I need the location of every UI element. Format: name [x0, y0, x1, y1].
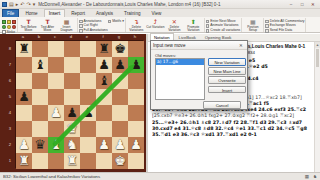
- black-rook[interactable]: ♜: [98, 41, 110, 57]
- square-h4[interactable]: [128, 105, 144, 121]
- square-h6[interactable]: [128, 73, 144, 89]
- ribbon: StrikeTText Before MoveTText After Move▦…: [0, 17, 320, 33]
- ribbon-tab-home[interactable]: Home: [20, 9, 42, 18]
- cancel-button[interactable]: Cancel: [203, 101, 241, 109]
- ribbon-tab-insert[interactable]: Insert: [44, 9, 66, 18]
- black-pawn[interactable]: ♟: [130, 57, 142, 73]
- color-arrow-icon[interactable]: [2, 25, 6, 29]
- square-g4[interactable]: [112, 105, 128, 121]
- dialog-buttons: New VariationNew Main LineOverwriteInser…: [208, 58, 246, 93]
- square-d3[interactable]: ♛: [64, 121, 80, 137]
- white-knight[interactable]: ♞: [66, 137, 78, 153]
- square-h1[interactable]: [128, 153, 144, 169]
- ribbon-tab-file[interactable]: File: [2, 9, 19, 18]
- status-bar: B32: Sicilian Lowenthal and Kalashnikov …: [0, 172, 320, 180]
- insert-button[interactable]: Insert: [208, 86, 246, 94]
- quick-access-toolbar: ▤▸↶↷▾: [9, 1, 35, 8]
- square-d4[interactable]: ♟: [64, 105, 80, 121]
- square-d5[interactable]: [64, 89, 80, 105]
- black-pawn[interactable]: ♟: [82, 105, 94, 121]
- scroll-up-icon[interactable]: ▲: [315, 42, 320, 48]
- square-b4[interactable]: [32, 105, 48, 121]
- black-pawn[interactable]: ♟: [114, 57, 126, 73]
- square-g5[interactable]: [112, 89, 128, 105]
- square-h2[interactable]: ♟: [128, 137, 144, 153]
- color-square-icon[interactable]: [12, 20, 16, 24]
- white-pawn[interactable]: ♟: [98, 137, 110, 153]
- app-icon: [2, 2, 7, 7]
- square-c4[interactable]: ♟: [48, 105, 64, 121]
- square-e8[interactable]: [80, 41, 96, 57]
- square-g1[interactable]: ♚: [112, 153, 128, 169]
- window-controls: –□✕: [286, 1, 318, 8]
- save-icon[interactable]: ↷: [26, 1, 30, 8]
- square-a1[interactable]: ♜: [16, 153, 32, 169]
- move-text[interactable]: 25...♕e3+ 26.♔h1 ♗c8 27.♗d7 f2 28.♖f1 d3…: [152, 120, 302, 125]
- square-b7[interactable]: ♝: [32, 57, 48, 73]
- cut-variation-button[interactable]: ⤴Cut Variation: [146, 18, 165, 32]
- square-a2[interactable]: ♟: [16, 137, 32, 153]
- square-e1[interactable]: [80, 153, 96, 169]
- delete-variation-button[interactable]: ✕Delete Variation: [165, 18, 184, 32]
- square-h5[interactable]: [128, 89, 144, 105]
- square-a7[interactable]: [16, 57, 32, 73]
- white-bishop[interactable]: ♝: [50, 137, 62, 153]
- color-square-icon[interactable]: [2, 20, 6, 24]
- square-e4[interactable]: ♟: [80, 105, 96, 121]
- square-c6[interactable]: [48, 73, 64, 89]
- move-text[interactable]: 35.♖d1 e3 36.♕c3 ♕xd1 37.♖xd1 e2: [152, 132, 247, 137]
- knight-icon: ♞: [313, 174, 317, 179]
- dialog-title: Input new move: [153, 43, 237, 48]
- square-b1[interactable]: [32, 153, 48, 169]
- old-move-item[interactable]: a) 17...g6: [156, 59, 204, 65]
- dialog-close-icon[interactable]: ✕: [237, 43, 245, 48]
- square-b6[interactable]: [32, 73, 48, 89]
- square-h3[interactable]: [128, 121, 144, 137]
- square-d2[interactable]: ♞: [64, 137, 80, 153]
- square-g6[interactable]: [112, 73, 128, 89]
- ribbon-tab-training[interactable]: Training: [119, 9, 145, 18]
- square-e3[interactable]: [80, 121, 96, 137]
- square-a3[interactable]: [16, 121, 32, 137]
- square-h8[interactable]: [128, 41, 144, 57]
- scrollbar-thumb[interactable]: [316, 49, 319, 67]
- square-c3[interactable]: [48, 121, 64, 137]
- square-c7[interactable]: [48, 57, 64, 73]
- white-king[interactable]: ♚: [114, 153, 126, 169]
- square-c2[interactable]: ♝: [48, 137, 64, 153]
- new-variation-button[interactable]: New Variation: [208, 58, 246, 66]
- notation-scrollbar[interactable]: ▲: [314, 42, 320, 172]
- dropdown-icon[interactable]: ▾: [33, 1, 36, 8]
- square-f7[interactable]: ♟: [96, 57, 112, 73]
- white-rook[interactable]: ♜: [66, 153, 78, 169]
- square-f8[interactable]: ♜: [96, 41, 112, 57]
- square-a6[interactable]: [16, 73, 32, 89]
- square-f1[interactable]: [96, 153, 112, 169]
- square-f3[interactable]: [96, 121, 112, 137]
- full-annotations-option[interactable]: Full Annotations: [79, 29, 108, 33]
- square-f5[interactable]: [96, 89, 112, 105]
- square-d8[interactable]: [64, 41, 80, 57]
- square-e2[interactable]: [80, 137, 96, 153]
- text-after-move-button[interactable]: TText After Move: [38, 18, 57, 32]
- input-new-move-dialog: Input new move ✕ Old moves: a) 17...g6 N…: [150, 40, 248, 110]
- square-g7[interactable]: ♟: [112, 57, 128, 73]
- black-bishop[interactable]: ♝: [98, 73, 110, 89]
- square-c8[interactable]: [48, 41, 64, 57]
- square-a5[interactable]: ♟: [16, 89, 32, 105]
- white-pawn[interactable]: ♟: [130, 137, 142, 153]
- square-h7[interactable]: ♟: [128, 57, 144, 73]
- color-square-icon[interactable]: [7, 20, 11, 24]
- square-a8[interactable]: ♜: [16, 41, 32, 57]
- color-arrow-icon[interactable]: [12, 25, 16, 29]
- color-arrow-icon[interactable]: [7, 25, 11, 29]
- square-g8[interactable]: ♚: [112, 41, 128, 57]
- promote-variation-button[interactable]: ⬆Promote Variation: [184, 18, 203, 32]
- motifs-dropdown[interactable]: Motifs ▾: [108, 20, 124, 24]
- move-text[interactable]: 30.cxd7 e4 31.♕c8 ♗d8 32.♕c4 ♕e1 33.♖c1 …: [152, 126, 307, 131]
- black-king[interactable]: ♚: [114, 41, 126, 57]
- white-pawn[interactable]: ♟: [18, 137, 30, 153]
- close-icon[interactable]: ✕: [308, 1, 318, 8]
- square-g3[interactable]: [112, 121, 128, 137]
- square-c1[interactable]: [48, 153, 64, 169]
- chessbase-window: ▤▸↶↷▾ McDonnell,Alexander - De Labourdon…: [0, 0, 320, 33]
- eco-opening-text: B32: Sicilian Lowenthal and Kalashnikov …: [3, 174, 305, 179]
- square-g2[interactable]: ♟: [112, 137, 128, 153]
- square-c5[interactable]: [48, 89, 64, 105]
- delete-variations-button[interactable]: ↴Delete Variations: [127, 18, 146, 32]
- send-file-data-button[interactable]: Send File Data: [265, 29, 304, 33]
- ribbon-tab-report[interactable]: Report: [66, 9, 90, 18]
- black-pawn[interactable]: ♟: [98, 57, 110, 73]
- square-e6[interactable]: [80, 73, 96, 89]
- white-pawn[interactable]: ♟: [50, 105, 62, 121]
- redo-icon[interactable]: ↶: [20, 1, 24, 8]
- square-e5[interactable]: [80, 89, 96, 105]
- board-icon: ▦: [305, 174, 309, 179]
- window-title: McDonnell,Alexander - De Labourdonnais,L…: [38, 2, 284, 7]
- overwrite-button[interactable]: Overwrite: [208, 76, 246, 84]
- status-icons: ▦♞: [305, 174, 317, 179]
- board-icon[interactable]: ▤: [9, 1, 14, 8]
- move-text[interactable]: [25.cxb7 ♕e3+ 26.♔h1 fxg2+ 27.♔xg2 ♖f2+ …: [152, 113, 294, 118]
- square-a4[interactable]: [16, 105, 32, 121]
- ribbon-tab-analysis[interactable]: Analysis: [91, 9, 118, 18]
- insert-diagram-button[interactable]: ▦Insert Diagram: [57, 18, 76, 32]
- chess-board[interactable]: ♜♜♚♝♟♟♟♝♟♟♟♟♛♟♛♝♞♟♟♟♜♜♚: [15, 40, 143, 168]
- square-b3[interactable]: [32, 121, 48, 137]
- black-pawn[interactable]: ♟: [66, 105, 78, 121]
- black-queen[interactable]: ♛: [34, 137, 46, 153]
- square-d1[interactable]: ♜: [64, 153, 80, 169]
- white-rook[interactable]: ♜: [18, 153, 30, 169]
- ribbon-tab-row: FileHomeInsertReportAnalysisTrainingView: [0, 9, 320, 17]
- black-rook[interactable]: ♜: [18, 41, 30, 57]
- dialog-title-bar: Input new move ✕: [151, 41, 247, 50]
- white-queen[interactable]: ♛: [66, 121, 78, 137]
- square-d7[interactable]: [64, 57, 80, 73]
- square-f4[interactable]: [96, 105, 112, 121]
- minimize-icon[interactable]: –: [286, 1, 296, 8]
- text-before-move-button[interactable]: TText Before Move: [19, 18, 38, 32]
- board-pane: 87654321 ♜♜♚♝♟♟♟♝♟♟♟♟♛♟♛♝♞♟♟♟♜♜♚ abcdefg…: [0, 34, 146, 172]
- square-f2[interactable]: ♟: [96, 137, 112, 153]
- undo-icon[interactable]: ▸: [16, 1, 19, 8]
- position-setup-button[interactable]: ▦Position Setup: [243, 18, 262, 32]
- black-bishop[interactable]: ♝: [34, 57, 46, 73]
- black-pawn[interactable]: ♟: [18, 89, 30, 105]
- square-b5[interactable]: [32, 89, 48, 105]
- white-pawn[interactable]: ♟: [114, 137, 126, 153]
- old-moves-list[interactable]: a) 17...g6: [155, 58, 205, 100]
- move-text[interactable]: 0-1: [247, 132, 257, 137]
- square-b2[interactable]: ♛: [32, 137, 48, 153]
- square-b8[interactable]: [32, 41, 48, 57]
- square-f6[interactable]: ♝: [96, 73, 112, 89]
- new-main-line-button[interactable]: New Main Line: [208, 67, 246, 75]
- square-e7[interactable]: [80, 57, 96, 73]
- ribbon-tab-view[interactable]: View: [147, 9, 167, 18]
- square-d6[interactable]: [64, 73, 80, 89]
- maximize-icon[interactable]: □: [297, 1, 307, 8]
